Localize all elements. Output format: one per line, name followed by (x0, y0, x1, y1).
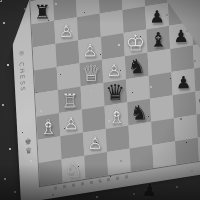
piece-white-queen[interactable]: ♕ (80, 61, 103, 84)
square-b7[interactable]: ♙ (54, 17, 78, 44)
piece-black-knight[interactable]: ♞ (125, 54, 148, 77)
piece-black-bishop[interactable]: ♝ (147, 27, 170, 50)
square-h2[interactable] (197, 111, 200, 138)
piece-black-king[interactable]: ♚ (196, 90, 200, 113)
captured-black-pawn: ♟ (141, 179, 158, 200)
square-d1[interactable] (107, 149, 131, 176)
square-c6[interactable]: ♙ (78, 37, 102, 64)
piece-black-knight[interactable]: ♞ (128, 100, 151, 123)
piece-white-pawn[interactable]: ♙ (102, 58, 125, 81)
square-f1[interactable] (152, 141, 176, 168)
chess-board: ® CHESS ♚ ♛ ♜♙♟♙♔♝♟♕♙♞♖♛♟♗♙♗♞♚♙♘♜ (10, 0, 200, 200)
square-c5[interactable]: ♕ (79, 60, 103, 87)
square-f7[interactable]: ♟ (145, 3, 169, 30)
piece-black-rook[interactable]: ♜ (31, 0, 54, 23)
square-g1[interactable] (175, 138, 199, 165)
square-b4[interactable]: ♖ (58, 86, 82, 113)
square-g4[interactable]: ♟ (171, 68, 195, 95)
square-d3[interactable]: ♗ (105, 102, 129, 129)
piece-black-queen[interactable]: ♛ (104, 81, 127, 104)
square-h1[interactable]: ♜ (198, 134, 200, 161)
board-maker-emblem: ♚ ♛ (21, 136, 37, 156)
piece-white-pawn[interactable]: ♙ (55, 19, 78, 42)
square-e1[interactable] (130, 145, 154, 172)
square-d4[interactable]: ♛ (103, 79, 127, 106)
board-grid: ♜♙♟♙♔♝♟♕♙♞♖♛♟♗♙♗♞♚♙♘♜ (30, 0, 200, 186)
chessboard-photo: ® CHESS ♚ ♛ ♜♙♟♙♔♝♟♕♙♞♖♛♟♗♙♗♞♚♙♘♜ ♟ (0, 0, 200, 200)
square-b1[interactable]: ♘ (62, 156, 86, 183)
piece-black-pawn[interactable]: ♟ (172, 70, 195, 93)
square-e6[interactable]: ♔ (124, 29, 148, 56)
square-h4[interactable] (194, 65, 200, 92)
piece-white-knight[interactable]: ♘ (62, 157, 85, 180)
piece-white-pawn[interactable]: ♙ (59, 111, 82, 134)
square-a8[interactable]: ♜ (30, 0, 54, 24)
square-h3[interactable]: ♚ (195, 88, 200, 115)
square-d5[interactable]: ♙ (102, 56, 126, 83)
piece-black-rook[interactable]: ♜ (198, 136, 200, 159)
square-b3[interactable]: ♙ (59, 110, 83, 137)
square-c2[interactable]: ♙ (83, 129, 107, 156)
square-e3[interactable]: ♞ (127, 99, 151, 126)
board-brand-text: ® CHESS (18, 49, 27, 93)
piece-white-bishop[interactable]: ♗ (37, 115, 60, 138)
piece-white-pawn[interactable]: ♙ (78, 38, 101, 61)
square-a3[interactable]: ♗ (36, 113, 60, 140)
square-a1[interactable] (39, 159, 63, 186)
piece-white-pawn[interactable]: ♙ (83, 131, 106, 154)
emblem-crown-icon: ♛ (25, 146, 33, 156)
piece-white-rook[interactable]: ♖ (58, 88, 81, 111)
piece-black-pawn[interactable]: ♟ (145, 4, 168, 27)
square-e5[interactable]: ♞ (125, 53, 149, 80)
square-f6[interactable]: ♝ (146, 26, 170, 53)
square-c1[interactable] (84, 152, 108, 179)
piece-white-king[interactable]: ♔ (124, 31, 147, 54)
piece-white-bishop[interactable]: ♗ (105, 104, 128, 127)
